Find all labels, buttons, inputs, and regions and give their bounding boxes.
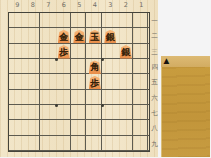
piece-stand-tray[interactable]	[161, 67, 211, 158]
star-point	[55, 104, 58, 107]
star-point	[101, 58, 104, 61]
rank-label-7: 七	[151, 105, 159, 120]
shogi-piece-pawn-63[interactable]: 歩	[58, 45, 70, 59]
rank-label-4: 四	[151, 59, 159, 74]
shogi-piece-bishop-44[interactable]: 角	[89, 60, 101, 74]
file-label-9: 9	[10, 0, 26, 11]
rank-label-3: 三	[151, 44, 159, 59]
sente-marker-icon: ▲	[164, 57, 170, 65]
rank-label-6: 六	[151, 90, 159, 105]
piece-stand-header: ▲	[161, 56, 211, 67]
file-label-2: 2	[118, 0, 134, 11]
shogi-piece-gold-52[interactable]: 金	[73, 30, 85, 44]
file-label-5: 5	[72, 0, 88, 11]
rank-label-8: 八	[151, 121, 159, 136]
rank-label-1: 一	[151, 14, 159, 29]
file-label-8: 8	[25, 0, 41, 11]
shogi-piece-king-42[interactable]: 玉	[89, 30, 101, 44]
file-label-7: 7	[41, 0, 57, 11]
shogi-piece-silver-32[interactable]: 銀	[104, 30, 116, 44]
star-point	[55, 58, 58, 61]
file-label-4: 4	[87, 0, 103, 11]
rank-label-2: 二	[151, 29, 159, 44]
shogi-piece-silver-23[interactable]: 銀	[120, 45, 132, 59]
star-point	[101, 104, 104, 107]
shogi-piece-gold-62[interactable]: 金	[58, 30, 70, 44]
file-label-3: 3	[103, 0, 119, 11]
rank-label-5: 五	[151, 75, 159, 90]
shogi-piece-pawn-45[interactable]: 歩	[89, 76, 101, 90]
board-pane: 987654321 一二三四五六七八九 金金玉銀歩銀角歩	[0, 0, 158, 157]
file-label-6: 6	[56, 0, 72, 11]
rank-label-9: 九	[151, 136, 159, 151]
file-label-1: 1	[134, 0, 150, 11]
sente-piece-stand: ▲	[161, 56, 211, 158]
